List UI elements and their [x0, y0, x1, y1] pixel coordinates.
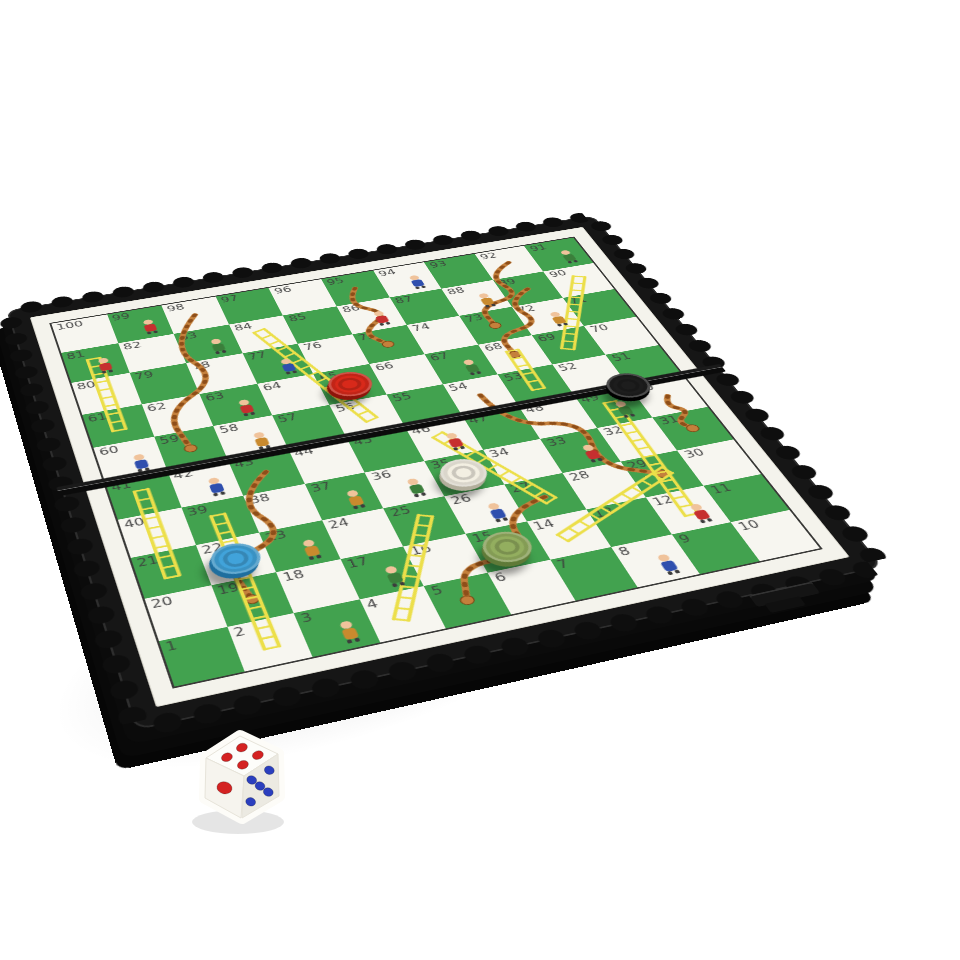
product-photo: 1009998979695949392918182838485868788899… [0, 0, 960, 960]
snakes-and-ladders-board: 1009998979695949392918182838485868788899… [6, 215, 883, 730]
black-counter-ring [614, 377, 644, 393]
green-counter-top [476, 528, 539, 566]
red-counter[interactable] [323, 369, 377, 399]
blue-counter-ring [220, 549, 251, 569]
counters-layer [51, 238, 819, 687]
white-counter[interactable] [434, 456, 493, 491]
green-counter[interactable] [476, 528, 539, 566]
blue-counter[interactable] [206, 539, 266, 578]
play-area: 1009998979695949392918182838485868788899… [49, 237, 823, 689]
board-sheet: 1009998979695949392918182838485868788899… [30, 227, 850, 707]
red-counter-ring [336, 376, 364, 392]
white-counter-ring [448, 464, 479, 482]
die-graphic [178, 718, 304, 844]
die[interactable] [178, 718, 304, 844]
board-case-frame: 1009998979695949392918182838485868788899… [6, 215, 883, 730]
green-counter-ring [491, 537, 524, 557]
black-counter-top [600, 370, 657, 401]
black-counter[interactable] [600, 370, 657, 401]
